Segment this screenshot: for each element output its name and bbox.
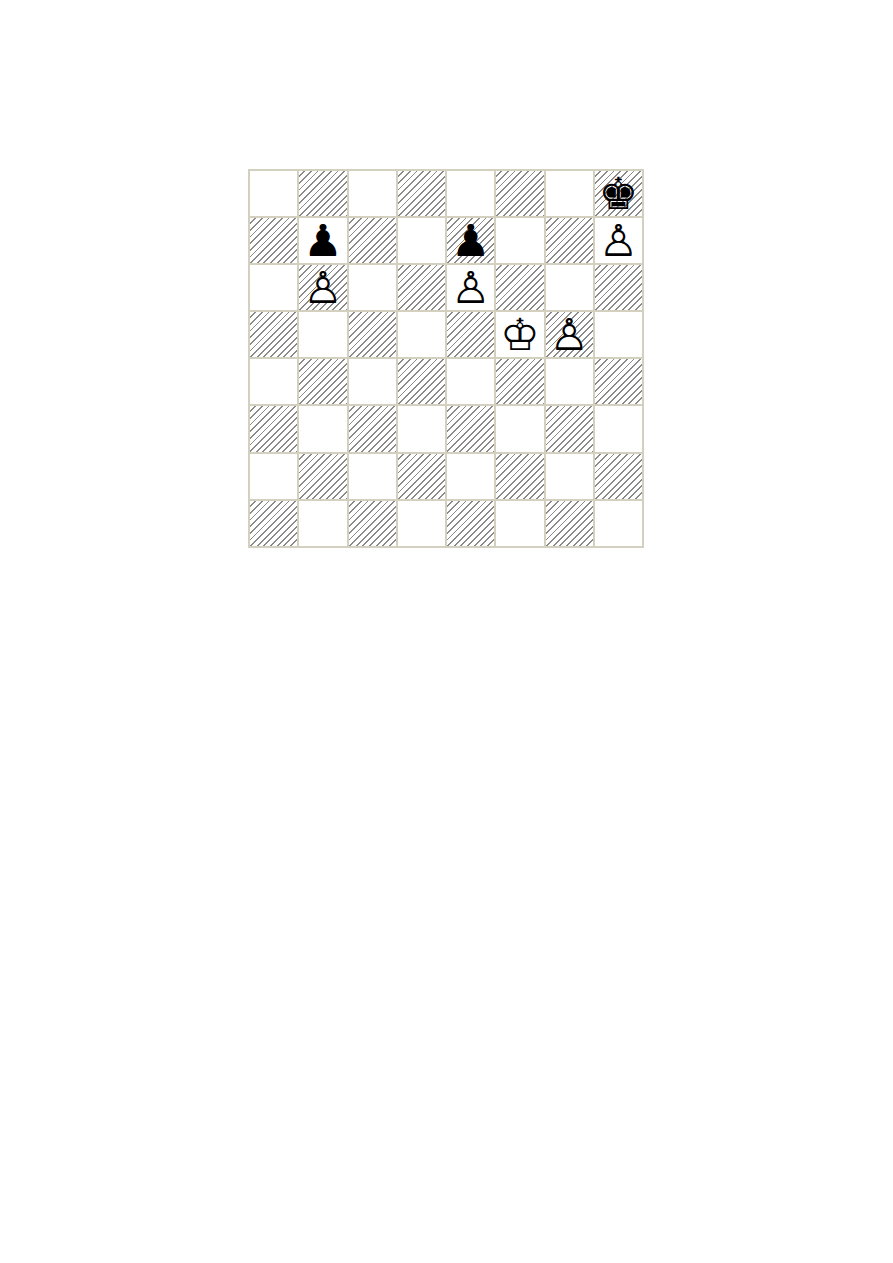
square-f2 (496, 454, 543, 499)
square-g5: ♟♙ (546, 312, 593, 357)
square-e1 (447, 501, 494, 546)
white-pawn-glyph: ♙ (451, 266, 490, 310)
square-b5 (299, 312, 346, 357)
square-g2 (546, 454, 593, 499)
square-c4 (349, 359, 396, 404)
chessboard: ♚♟♟♟♙♟♙♟♙♚♔♟♙ (248, 169, 644, 548)
square-g1 (546, 501, 593, 546)
square-a2 (250, 454, 297, 499)
white-pawn-g5: ♟♙ (546, 312, 593, 357)
square-f5: ♚♔ (496, 312, 543, 357)
white-king-glyph: ♔ (500, 313, 539, 357)
black-pawn-b7: ♟ (299, 218, 346, 263)
square-f3 (496, 406, 543, 451)
square-d6 (398, 265, 445, 310)
square-c6 (349, 265, 396, 310)
square-g3 (546, 406, 593, 451)
square-b7: ♟ (299, 218, 346, 263)
square-h4 (595, 359, 642, 404)
square-b8 (299, 171, 346, 216)
square-d3 (398, 406, 445, 451)
white-pawn-glyph: ♙ (303, 266, 342, 310)
square-f6 (496, 265, 543, 310)
square-d5 (398, 312, 445, 357)
square-d4 (398, 359, 445, 404)
square-g8 (546, 171, 593, 216)
square-d7 (398, 218, 445, 263)
square-d1 (398, 501, 445, 546)
square-c7 (349, 218, 396, 263)
square-a8 (250, 171, 297, 216)
square-f7 (496, 218, 543, 263)
black-pawn-e7: ♟ (447, 218, 494, 263)
square-e2 (447, 454, 494, 499)
square-h6 (595, 265, 642, 310)
white-pawn-e6: ♟♙ (447, 265, 494, 310)
square-d2 (398, 454, 445, 499)
black-pawn-glyph: ♟ (451, 219, 490, 263)
square-h7: ♟♙ (595, 218, 642, 263)
document-page: ♚♟♟♟♙♟♙♟♙♚♔♟♙ (0, 0, 893, 1263)
square-e8 (447, 171, 494, 216)
square-g6 (546, 265, 593, 310)
black-king-glyph: ♚ (599, 172, 638, 216)
square-b4 (299, 359, 346, 404)
square-a1 (250, 501, 297, 546)
square-h8: ♚ (595, 171, 642, 216)
white-pawn-b6: ♟♙ (299, 265, 346, 310)
square-c8 (349, 171, 396, 216)
square-h1 (595, 501, 642, 546)
white-king-f5: ♚♔ (496, 312, 543, 357)
square-a5 (250, 312, 297, 357)
square-a7 (250, 218, 297, 263)
square-c2 (349, 454, 396, 499)
square-b3 (299, 406, 346, 451)
square-g7 (546, 218, 593, 263)
square-a6 (250, 265, 297, 310)
square-c5 (349, 312, 396, 357)
white-pawn-glyph: ♙ (549, 313, 588, 357)
square-c1 (349, 501, 396, 546)
square-a3 (250, 406, 297, 451)
square-c3 (349, 406, 396, 451)
square-e6: ♟♙ (447, 265, 494, 310)
square-h3 (595, 406, 642, 451)
white-pawn-h7: ♟♙ (595, 218, 642, 263)
square-b6: ♟♙ (299, 265, 346, 310)
square-e7: ♟ (447, 218, 494, 263)
square-e4 (447, 359, 494, 404)
square-h2 (595, 454, 642, 499)
square-d8 (398, 171, 445, 216)
square-a4 (250, 359, 297, 404)
square-f1 (496, 501, 543, 546)
square-g4 (546, 359, 593, 404)
black-king-h8: ♚ (595, 171, 642, 216)
square-b1 (299, 501, 346, 546)
black-pawn-glyph: ♟ (303, 219, 342, 263)
square-e5 (447, 312, 494, 357)
square-f4 (496, 359, 543, 404)
square-f8 (496, 171, 543, 216)
square-b2 (299, 454, 346, 499)
square-e3 (447, 406, 494, 451)
square-h5 (595, 312, 642, 357)
white-pawn-glyph: ♙ (599, 219, 638, 263)
